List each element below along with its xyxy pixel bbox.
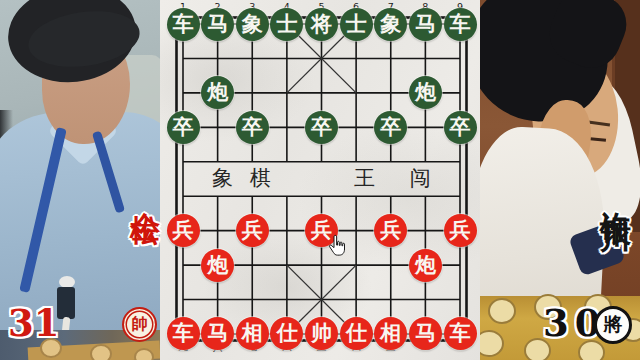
piece-red-cannon[interactable]: 炮 [201,249,234,282]
piece-black-advisor[interactable]: 士 [270,8,303,41]
piece-black-horse[interactable]: 马 [409,8,442,41]
piece-red-soldier[interactable]: 兵 [167,214,200,247]
river-watermark-right: 王 闯 [354,164,445,192]
piece-red-soldier[interactable]: 兵 [236,214,269,247]
piece-red-chariot[interactable]: 车 [167,317,200,350]
piece-black-elephant[interactable]: 象 [374,8,407,41]
piece-black-elephant[interactable]: 象 [236,8,269,41]
table-piece [90,344,112,360]
left-player-name: 金松 [124,188,165,194]
piece-black-soldier[interactable]: 卒 [444,111,477,144]
piece-red-cannon[interactable]: 炮 [409,249,442,282]
piece-red-advisor[interactable]: 仕 [340,317,373,350]
red-general-badge-icon: 帥 [122,307,157,342]
piece-black-chariot[interactable]: 车 [444,8,477,41]
hand-cursor-icon [327,233,348,258]
left-player-score: 31 [8,301,60,345]
piece-black-horse[interactable]: 马 [201,8,234,41]
piece-black-soldier[interactable]: 卒 [167,111,200,144]
black-general-badge-icon: 將 [594,306,632,344]
river-watermark-left: 象 棋 [212,164,276,192]
piece-black-general[interactable]: 将 [305,8,338,41]
right-player-name: 许银川 [595,186,637,201]
piece-black-chariot[interactable]: 车 [167,8,200,41]
piece-red-soldier[interactable]: 兵 [444,214,477,247]
piece-black-advisor[interactable]: 士 [340,8,373,41]
piece-red-chariot[interactable]: 车 [444,317,477,350]
table-piece [488,298,516,324]
piece-black-soldier[interactable]: 卒 [236,111,269,144]
xiangqi-board[interactable]: 123456789 九八七六五四三二一 车马象士将士象马车炮炮卒卒卒卒卒兵兵兵兵… [160,0,480,360]
piece-black-soldier[interactable]: 卒 [305,111,338,144]
table-piece [134,348,154,360]
left-lanyard-badge [57,287,75,319]
piece-black-soldier[interactable]: 卒 [374,111,407,144]
video-frame: 123456789 九八七六五四三二一 车马象士将士象马车炮炮卒卒卒卒卒兵兵兵兵… [0,0,640,360]
